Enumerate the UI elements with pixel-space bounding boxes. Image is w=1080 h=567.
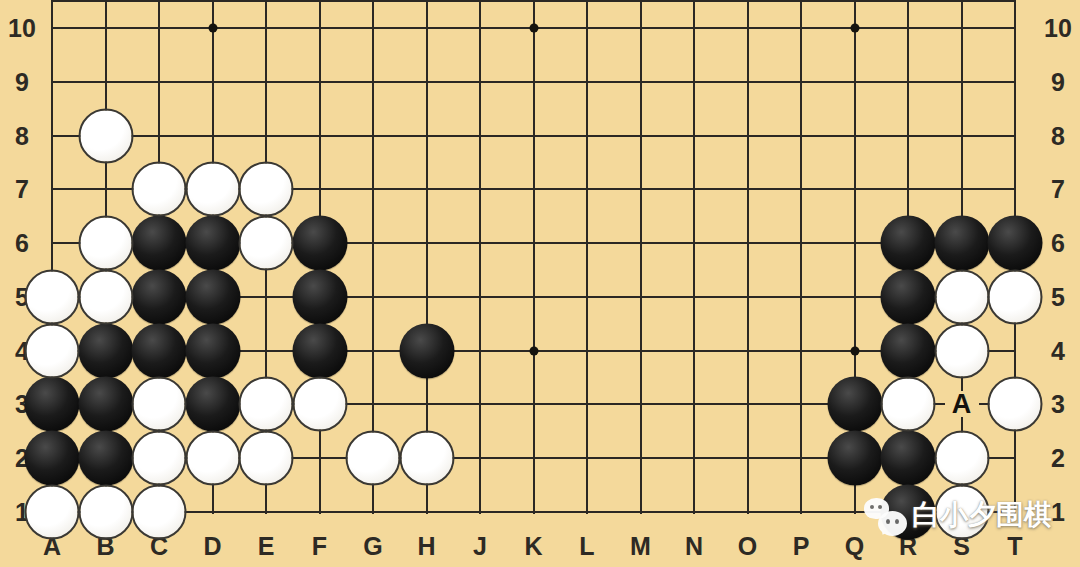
grid-line-horizontal [51, 0, 1016, 2]
black-stone-B3 [78, 377, 133, 432]
coord-label-bottom: E [258, 532, 275, 561]
coord-label-bottom: M [630, 532, 651, 561]
black-stone-S6 [934, 216, 989, 271]
star-point [529, 24, 538, 33]
white-stone-C1 [132, 485, 187, 540]
grid-line-horizontal [51, 81, 1016, 83]
black-stone-A2 [25, 431, 80, 486]
black-stone-F4 [292, 323, 347, 378]
white-stone-A4 [25, 323, 80, 378]
black-stone-D4 [185, 323, 240, 378]
white-stone-H2 [399, 431, 454, 486]
coord-label-bottom: P [793, 532, 810, 561]
coord-label-left: 9 [15, 67, 29, 96]
white-stone-E7 [239, 162, 294, 217]
white-stone-F3 [292, 377, 347, 432]
coord-label-right: 4 [1051, 336, 1065, 365]
coord-label-right: 7 [1051, 175, 1065, 204]
coord-label-bottom: L [579, 532, 594, 561]
grid-line-vertical [586, 1, 588, 514]
white-stone-T3 [988, 377, 1043, 432]
black-stone-D6 [185, 216, 240, 271]
coord-label-left: 8 [15, 121, 29, 150]
coord-label-right: 2 [1051, 444, 1065, 473]
grid-line-vertical [533, 1, 535, 514]
black-stone-R5 [881, 269, 936, 324]
coord-label-bottom: F [312, 532, 327, 561]
star-point [850, 24, 859, 33]
black-stone-C6 [132, 216, 187, 271]
black-stone-C4 [132, 323, 187, 378]
point-label-A: A [945, 391, 979, 417]
black-stone-R4 [881, 323, 936, 378]
black-stone-A3 [25, 377, 80, 432]
white-stone-S4 [934, 323, 989, 378]
white-stone-C2 [132, 431, 187, 486]
white-stone-A5 [25, 269, 80, 324]
black-stone-Q3 [827, 377, 882, 432]
white-stone-C7 [132, 162, 187, 217]
white-stone-G2 [346, 431, 401, 486]
black-stone-B2 [78, 431, 133, 486]
coord-label-right: 8 [1051, 121, 1065, 150]
coord-label-right: 5 [1051, 282, 1065, 311]
chat-bubble-large-icon [878, 511, 907, 536]
go-board-diagram: A ABCDEFGHJKLMNOPQRST1098765432110987654… [0, 0, 1080, 567]
grid-line-vertical [800, 1, 802, 514]
white-stone-T5 [988, 269, 1043, 324]
coord-label-bottom: N [685, 532, 703, 561]
wechat-emoji-icon [860, 494, 910, 542]
watermark: 白小夕围棋 [860, 494, 1052, 542]
white-stone-B1 [78, 485, 133, 540]
white-stone-C3 [132, 377, 187, 432]
coord-label-bottom: H [417, 532, 435, 561]
black-stone-B4 [78, 323, 133, 378]
white-stone-E3 [239, 377, 294, 432]
black-stone-F5 [292, 269, 347, 324]
black-stone-F6 [292, 216, 347, 271]
grid-line-horizontal [51, 135, 1016, 137]
white-stone-E6 [239, 216, 294, 271]
grid-line-vertical [640, 1, 642, 514]
star-point [208, 24, 217, 33]
black-stone-T6 [988, 216, 1043, 271]
coord-label-bottom: K [524, 532, 542, 561]
black-stone-D3 [185, 377, 240, 432]
star-point [529, 346, 538, 355]
star-point [850, 346, 859, 355]
coord-label-left: 6 [15, 229, 29, 258]
black-stone-H4 [399, 323, 454, 378]
white-stone-B6 [78, 216, 133, 271]
black-stone-R6 [881, 216, 936, 271]
white-stone-R3 [881, 377, 936, 432]
white-stone-D7 [185, 162, 240, 217]
grid-line-vertical [479, 1, 481, 514]
coord-label-right: 1 [1051, 498, 1065, 527]
white-stone-S2 [934, 431, 989, 486]
white-stone-A1 [25, 485, 80, 540]
black-stone-D5 [185, 269, 240, 324]
grid-line-vertical [747, 1, 749, 514]
coord-label-bottom: G [363, 532, 382, 561]
white-stone-B5 [78, 269, 133, 324]
white-stone-D2 [185, 431, 240, 486]
watermark-text: 白小夕围棋 [912, 500, 1052, 531]
coord-label-bottom: O [738, 532, 757, 561]
coord-label-bottom: J [473, 532, 487, 561]
coord-label-left: 10 [8, 14, 36, 43]
coord-label-right: 9 [1051, 67, 1065, 96]
grid-line-vertical [693, 1, 695, 514]
coord-label-right: 10 [1044, 14, 1072, 43]
coord-label-right: 3 [1051, 390, 1065, 419]
white-stone-S5 [934, 269, 989, 324]
white-stone-B8 [78, 108, 133, 163]
white-stone-E2 [239, 431, 294, 486]
coord-label-bottom: D [203, 532, 221, 561]
coord-label-right: 6 [1051, 229, 1065, 258]
black-stone-R2 [881, 431, 936, 486]
black-stone-Q2 [827, 431, 882, 486]
coord-label-left: 7 [15, 175, 29, 204]
black-stone-C5 [132, 269, 187, 324]
